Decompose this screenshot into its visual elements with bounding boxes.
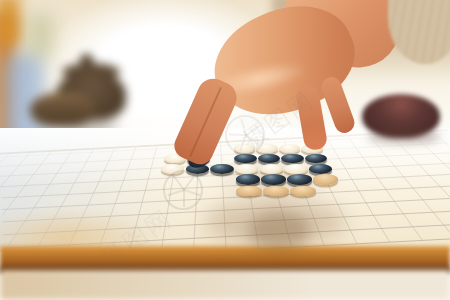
go-stone-tan [290, 186, 316, 197]
go-stone-white [279, 144, 300, 153]
go-stone-black [281, 154, 303, 163]
go-stone-tan [263, 186, 289, 197]
go-stone-black [261, 174, 286, 184]
go-stone-bowl-shadow [368, 130, 440, 143]
go-stone-white [235, 164, 258, 174]
go-stone-tan [236, 186, 262, 197]
watermark-aperture-icon [163, 170, 203, 210]
go-stone-white [260, 164, 283, 174]
go-stone-black [258, 154, 280, 163]
go-stone-black [236, 174, 261, 184]
go-stone-white [284, 164, 307, 174]
go-photo-scene: 摄图网 摄图网 [0, 0, 450, 300]
go-stone-black [309, 164, 332, 174]
go-stone-black [305, 154, 327, 163]
go-stone-black [287, 174, 312, 184]
go-stone-tan [313, 174, 338, 184]
go-stone-black [210, 164, 233, 174]
